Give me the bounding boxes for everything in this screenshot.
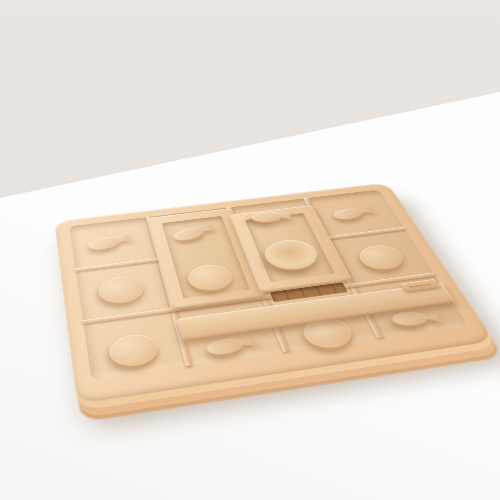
fish-knob-r1c3[interactable]: [251, 210, 296, 223]
fish-body: [391, 311, 429, 326]
board-well: hoband: [69, 190, 468, 381]
disc-shape: [354, 243, 409, 272]
fish-body: [87, 236, 122, 252]
fish-tail: [276, 212, 296, 221]
brand-engraving: hoband: [408, 282, 431, 288]
brand-tab: hoband: [400, 279, 439, 292]
fish-knob-r3c4[interactable]: [390, 309, 446, 327]
fish-body: [331, 207, 365, 221]
disc-shape: [107, 332, 162, 369]
fish-shape: [330, 204, 379, 222]
disc-knob-r2c4[interactable]: [354, 243, 409, 272]
fish-knob-r1c1[interactable]: [86, 232, 137, 253]
disc-shape: [97, 274, 147, 305]
fish-body: [205, 337, 245, 357]
fish-shape: [251, 210, 296, 223]
disc-knob-r2c1[interactable]: [97, 274, 147, 305]
fish-knob-r1c4[interactable]: [330, 204, 379, 222]
fish-body: [251, 212, 281, 222]
fish-shape: [86, 232, 137, 253]
fish-shape: [390, 309, 446, 327]
disc-knob-r3c1[interactable]: [107, 332, 162, 369]
